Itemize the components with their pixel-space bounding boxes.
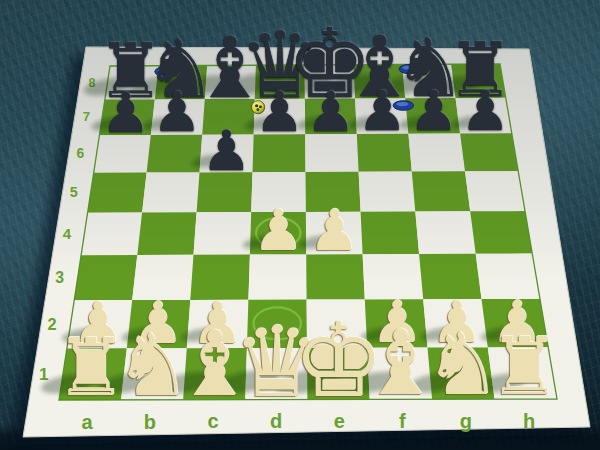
piece-black-pawn-d7[interactable]: ♟ xyxy=(255,85,304,140)
piece-white-rook-h1[interactable]: ♜ xyxy=(489,327,560,407)
piece-black-pawn-h7[interactable]: ♟ xyxy=(460,84,509,139)
piece-black-pawn-a7[interactable]: ♟ xyxy=(101,86,150,141)
piece-black-pawn-g7[interactable]: ♟ xyxy=(409,84,458,139)
piece-black-pawn-e7[interactable]: ♟ xyxy=(306,85,355,140)
pieces-layer: ♜♞♝♛♚♝♞♜♟♟♟♟♟♟♟♟♟♟♟♟♟♟♟♟♜♞♝♛♚♝♞♜ xyxy=(0,0,600,450)
piece-black-pawn-b7[interactable]: ♟ xyxy=(152,85,201,140)
piece-white-pawn-d4[interactable]: ♟ xyxy=(253,203,304,259)
chess-app-scene: 87654321abcdefgh ♜♞♝♛♚♝♞♜♟♟♟♟♟♟♟♟♟♟♟♟♟♟♟… xyxy=(0,0,600,450)
piece-white-pawn-e4[interactable]: ♟ xyxy=(309,203,360,259)
piece-black-pawn-f7[interactable]: ♟ xyxy=(357,84,406,139)
piece-black-pawn-c6[interactable]: ♟ xyxy=(201,122,251,178)
